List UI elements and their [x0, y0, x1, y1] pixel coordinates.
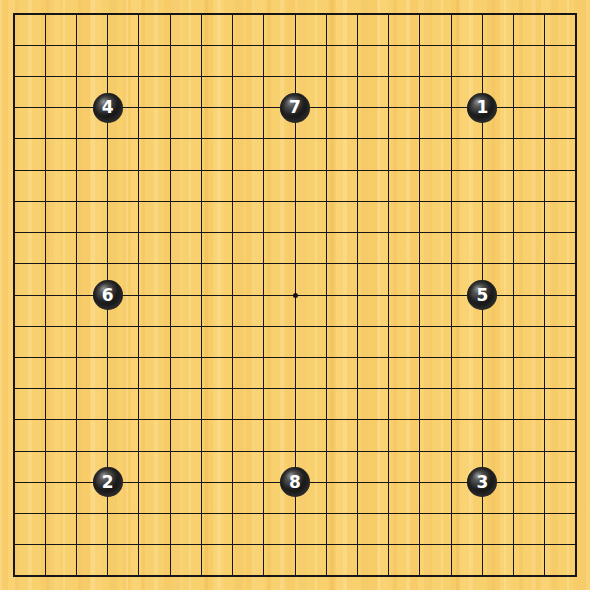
- stone-move-number: 8: [289, 473, 301, 490]
- stone-black-4: 4: [93, 93, 123, 123]
- stone-move-number: 1: [476, 99, 488, 116]
- tengen-star-point: [293, 293, 298, 298]
- grid-line-horizontal: [13, 575, 577, 577]
- stone-move-number: 5: [476, 286, 488, 303]
- grid-line-horizontal: [13, 388, 577, 389]
- grid-line-vertical: [451, 13, 452, 577]
- stone-black-8: 8: [280, 467, 310, 497]
- stone-black-3: 3: [467, 467, 497, 497]
- grid-line-vertical: [326, 13, 327, 577]
- stone-black-5: 5: [467, 280, 497, 310]
- stone-black-2: 2: [93, 467, 123, 497]
- stone-move-number: 7: [289, 99, 301, 116]
- grid-line-vertical: [575, 13, 577, 577]
- stone-move-number: 2: [102, 473, 114, 490]
- grid-line-vertical: [419, 13, 420, 577]
- stone-move-number: 3: [476, 473, 488, 490]
- grid-line-vertical: [388, 13, 389, 577]
- grid-line-horizontal: [13, 357, 577, 358]
- stone-black-6: 6: [93, 280, 123, 310]
- grid-line-horizontal: [13, 544, 577, 545]
- grid-line-vertical: [544, 13, 545, 577]
- stone-black-1: 1: [467, 93, 497, 123]
- go-board[interactable]: 12345678: [0, 0, 590, 590]
- stone-black-7: 7: [280, 93, 310, 123]
- stone-move-number: 4: [102, 99, 114, 116]
- grid-line-horizontal: [13, 513, 577, 514]
- stone-move-number: 6: [102, 286, 114, 303]
- grid-line-horizontal: [13, 419, 577, 420]
- grid-line-horizontal: [13, 326, 577, 327]
- grid-line-vertical: [513, 13, 514, 577]
- grid-line-vertical: [357, 13, 358, 577]
- grid-line-horizontal: [13, 451, 577, 452]
